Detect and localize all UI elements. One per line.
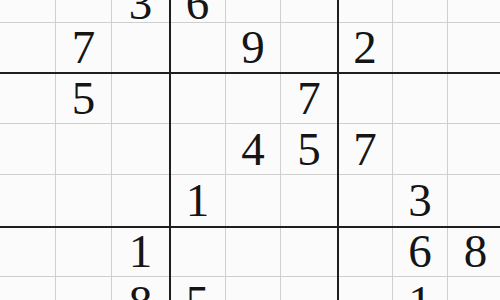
cell-r2c2[interactable]: [56, 0, 112, 23]
box-border-horizontal-bottom: [0, 226, 500, 228]
cell-r4c8[interactable]: [393, 73, 448, 124]
box-border-horizontal-top: [0, 72, 500, 74]
cell-r2c8[interactable]: [393, 0, 448, 23]
cell-r4c6[interactable]: 7: [281, 73, 338, 124]
cell-r7c3[interactable]: 1: [112, 227, 170, 277]
box-border-vertical-left: [169, 0, 171, 300]
cell-r3c2[interactable]: 7: [56, 23, 112, 73]
cell-r4c2[interactable]: 5: [56, 73, 112, 124]
given-digit: 2: [353, 24, 377, 71]
cell-r4c7[interactable]: [338, 73, 393, 124]
cell-r2c7[interactable]: [338, 0, 393, 23]
cell-r7c4[interactable]: [170, 227, 226, 277]
cell-r8c2[interactable]: [56, 277, 112, 300]
cell-r8c6[interactable]: [281, 277, 338, 300]
cell-r4c1[interactable]: [0, 73, 56, 124]
cell-r7c7[interactable]: [338, 227, 393, 277]
cell-r7c5[interactable]: [226, 227, 281, 277]
given-digit: 6: [408, 228, 432, 275]
given-digit: 5: [186, 279, 210, 300]
given-digit: 9: [241, 24, 265, 71]
cell-r8c7[interactable]: [338, 277, 393, 300]
cell-r4c3[interactable]: [112, 73, 170, 124]
cell-r4c4[interactable]: [170, 73, 226, 124]
cell-r3c4[interactable]: [170, 23, 226, 73]
cell-r2c6[interactable]: [281, 0, 338, 23]
cell-r3c6[interactable]: [281, 23, 338, 73]
given-digit: 5: [297, 126, 321, 173]
cell-r2c5[interactable]: [226, 0, 281, 23]
cell-r6c7[interactable]: [338, 175, 393, 227]
sudoku-board: 367925745713168851: [0, 0, 500, 300]
cell-r7c1[interactable]: [0, 227, 56, 277]
given-digit: 8: [464, 228, 488, 275]
cell-r2c9[interactable]: [448, 0, 500, 23]
cell-r2c1[interactable]: [0, 0, 56, 23]
cell-r6c2[interactable]: [56, 175, 112, 227]
cell-r7c8[interactable]: 6: [393, 227, 448, 277]
cell-r3c5[interactable]: 9: [226, 23, 281, 73]
cell-r6c6[interactable]: [281, 175, 338, 227]
cell-r5c9[interactable]: [448, 124, 500, 175]
cell-r3c9[interactable]: [448, 23, 500, 73]
given-digit: 1: [129, 228, 153, 275]
cell-r6c8[interactable]: 3: [393, 175, 448, 227]
cell-r6c1[interactable]: [0, 175, 56, 227]
cell-r4c9[interactable]: [448, 73, 500, 124]
box-border-vertical-right: [337, 0, 339, 300]
given-digit: 6: [186, 0, 210, 27]
cell-r3c7[interactable]: 2: [338, 23, 393, 73]
cell-r5c6[interactable]: 5: [281, 124, 338, 175]
cell-r5c8[interactable]: [393, 124, 448, 175]
cell-r8c1[interactable]: [0, 277, 56, 300]
given-digit: 7: [353, 126, 377, 173]
cell-r5c2[interactable]: [56, 124, 112, 175]
cell-r5c7[interactable]: 7: [338, 124, 393, 175]
cell-r5c3[interactable]: [112, 124, 170, 175]
cell-r7c2[interactable]: [56, 227, 112, 277]
cell-r2c3[interactable]: 3: [112, 0, 170, 23]
cell-r8c8[interactable]: 1: [393, 277, 448, 300]
cell-r5c1[interactable]: [0, 124, 56, 175]
cell-r3c1[interactable]: [0, 23, 56, 73]
cell-r4c5[interactable]: [226, 73, 281, 124]
given-digit: 3: [129, 0, 153, 27]
cell-r7c6[interactable]: [281, 227, 338, 277]
cell-r7c9[interactable]: 8: [448, 227, 500, 277]
given-digit: 4: [241, 126, 265, 173]
cell-r5c5[interactable]: 4: [226, 124, 281, 175]
cell-r3c3[interactable]: [112, 23, 170, 73]
cell-r8c3[interactable]: 8: [112, 277, 170, 300]
cell-r8c5[interactable]: [226, 277, 281, 300]
cell-r6c4[interactable]: 1: [170, 175, 226, 227]
given-digit: 8: [129, 279, 153, 300]
given-digit: 7: [72, 24, 96, 71]
sudoku-grid: 367925745713168851: [0, 0, 500, 300]
cell-r6c3[interactable]: [112, 175, 170, 227]
cell-r8c9[interactable]: [448, 277, 500, 300]
given-digit: 7: [297, 75, 321, 122]
given-digit: 1: [186, 177, 210, 224]
given-digit: 3: [408, 177, 432, 224]
cell-r2c4[interactable]: 6: [170, 0, 226, 23]
given-digit: 5: [72, 75, 96, 122]
cell-r3c8[interactable]: [393, 23, 448, 73]
cell-r8c4[interactable]: 5: [170, 277, 226, 300]
cell-r5c4[interactable]: [170, 124, 226, 175]
given-digit: 1: [408, 279, 432, 300]
cell-r6c5[interactable]: [226, 175, 281, 227]
cell-r6c9[interactable]: [448, 175, 500, 227]
